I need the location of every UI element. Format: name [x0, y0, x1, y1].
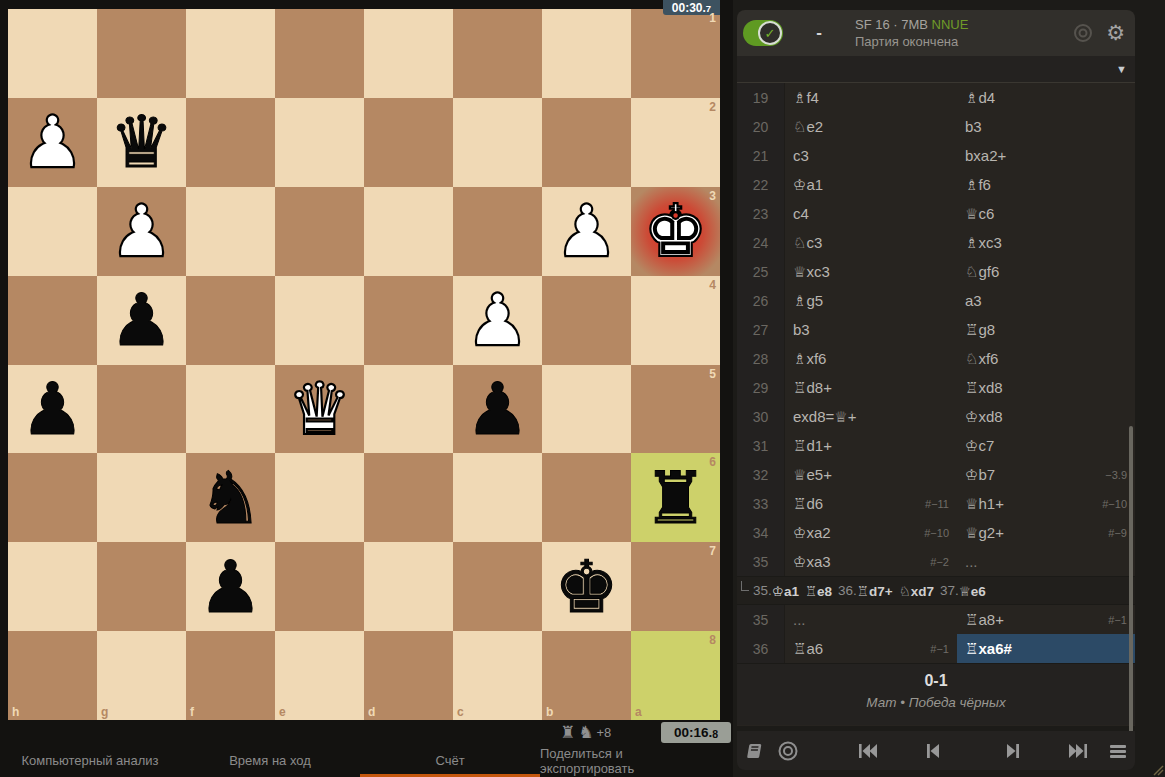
tab-3[interactable]: Счёт [360, 744, 540, 777]
square-h7[interactable] [8, 542, 97, 631]
variation-move-number: 36. [838, 583, 857, 598]
move-eval: #−1 [930, 643, 949, 655]
move-number: 19 [737, 83, 785, 112]
square-b3[interactable]: ♟ [542, 187, 631, 276]
variation-line[interactable]: 35.♔a1♖e836.♖d7+♘xd737.♕e6 [737, 576, 1135, 605]
square-b8[interactable]: b [542, 631, 631, 720]
move-row-36: 36♖a6#−1♖xa6# [737, 634, 1135, 663]
square-e7[interactable] [275, 542, 364, 631]
square-c5[interactable]: ♟ [453, 365, 542, 454]
square-d6[interactable] [364, 453, 453, 542]
move-san: b3 [793, 321, 810, 338]
analysis-page: 1♟♛2♟♟♚3♟♟4♟♛♟5♞♜6♟♚7hgfedcb8a 00:30.7 ♜… [0, 0, 1165, 777]
move-black[interactable]: ♕h1+#−10 [957, 489, 1135, 518]
move-black[interactable]: ♔xd8 [957, 402, 1135, 431]
tab-label: Время на ход [229, 753, 311, 768]
square-d7[interactable] [364, 542, 453, 631]
tab-label: Счёт [435, 753, 464, 768]
square-c7[interactable] [453, 542, 542, 631]
square-c1[interactable] [453, 9, 542, 98]
file-label-e: e [279, 705, 286, 719]
move-san: exd8=♕+ [793, 408, 857, 426]
material-advantage: ♜ ♞ +8 [560, 722, 611, 743]
move-white[interactable]: ♗xf6 [785, 344, 957, 373]
move-row-26: 26♗g5a3 [737, 286, 1135, 315]
file-label-h: h [12, 705, 19, 719]
move-eval: #−9 [1108, 527, 1127, 539]
tab-label: Поделиться и экспортировать [540, 746, 720, 776]
square-a5[interactable]: 5 [631, 365, 720, 454]
square-a2[interactable]: 2 [631, 98, 720, 187]
chevron-down-icon[interactable]: ▼ [1116, 63, 1127, 75]
last-move-button[interactable] [1065, 731, 1091, 770]
square-d4[interactable] [364, 276, 453, 365]
move-number: 33 [737, 489, 785, 518]
move-white[interactable]: ♔xa3#−2 [785, 547, 957, 576]
move-eval: #−11 [925, 498, 949, 510]
move-number: 25 [737, 257, 785, 286]
piece-black-queen[interactable]: ♛ [109, 106, 174, 178]
move-black[interactable]: ♗d4 [957, 83, 1135, 112]
move-row-19: 19♗f4♗d4 [737, 83, 1135, 112]
piece-white-queen[interactable]: ♛ [287, 373, 352, 445]
file-label-f: f [190, 705, 194, 719]
move-row-25: 25♕xc3♘gf6 [737, 257, 1135, 286]
move-san: ♖d6 [793, 495, 823, 513]
square-d5[interactable] [364, 365, 453, 454]
analysis-tabbar: Компьютерный анализВремя на ходСчётПодел… [0, 744, 720, 777]
move-black[interactable]: ♔c7 [957, 431, 1135, 460]
move-white[interactable]: ... [785, 605, 957, 634]
tab-1[interactable]: Компьютерный анализ [0, 744, 180, 777]
move-san: ♔xa2 [793, 524, 831, 542]
square-b4[interactable] [542, 276, 631, 365]
move-row-24: 24♘c3♗xc3 [737, 228, 1135, 257]
rank-label-2: 2 [709, 100, 716, 114]
square-e5[interactable]: ♛ [275, 365, 364, 454]
move-san: ♗f6 [965, 176, 991, 194]
move-san: ♔xa3 [793, 553, 831, 571]
move-row-30: 30exd8=♕+♔xd8 [737, 402, 1135, 431]
square-b2[interactable] [542, 98, 631, 187]
move-white[interactable]: exd8=♕+ [785, 402, 957, 431]
move-row-33: 33♖d6#−11♕h1+#−10 [737, 489, 1135, 518]
move-row-28: 28♗xf6♘xf6 [737, 344, 1135, 373]
result-score: 0-1 [737, 672, 1135, 690]
move-san: a3 [965, 292, 982, 309]
square-c8[interactable]: c [453, 631, 542, 720]
move-eval: #−10 [1102, 498, 1127, 510]
piece-white-king[interactable]: ♚ [643, 195, 708, 267]
result-status: Мат • Победа чёрных [737, 695, 1135, 710]
move-number: 20 [737, 112, 785, 141]
square-e6[interactable] [275, 453, 364, 542]
square-h3[interactable] [8, 187, 97, 276]
move-black[interactable]: ♔b7−3.9 [957, 460, 1135, 489]
move-number: 28 [737, 344, 785, 373]
piece-white-pawn[interactable]: ♟ [20, 106, 85, 178]
move-san: ♗xc3 [965, 234, 1002, 252]
move-white[interactable]: ♘e2 [785, 112, 957, 141]
square-f2[interactable] [186, 98, 275, 187]
square-h1[interactable] [8, 9, 97, 98]
rank-label-1: 1 [709, 11, 716, 25]
square-g8[interactable]: g [97, 631, 186, 720]
move-black[interactable]: bxa2+ [957, 141, 1135, 170]
square-g2[interactable]: ♛ [97, 98, 186, 187]
move-number: 29 [737, 373, 785, 402]
move-san: ♔c7 [965, 437, 994, 455]
variation-move-number: 37. [940, 583, 959, 598]
move-black[interactable]: ♗f6 [957, 170, 1135, 199]
move-white[interactable]: ♔xa2#−10 [785, 518, 957, 547]
move-san: ♖a6 [793, 640, 823, 658]
material-count: +8 [597, 725, 612, 740]
square-g7[interactable] [97, 542, 186, 631]
first-move-button[interactable] [855, 731, 881, 770]
move-san: b3 [965, 118, 982, 135]
piece-black-pawn[interactable]: ♟ [198, 551, 263, 623]
engine-box: ✓ - SF 16 · 7MB NNUE Партия окончена ⚙ [737, 10, 1135, 56]
move-row-22: 22♔a1♗f6 [737, 170, 1135, 199]
piece-white-pawn[interactable]: ♟ [554, 195, 619, 267]
move-eval: #−10 [924, 527, 949, 539]
move-list: ▼ 19♗f4♗d420♘e2b321c3bxa2+22♔a1♗f623c4♕c… [737, 56, 1135, 726]
move-white[interactable]: ♖d8+ [785, 373, 957, 402]
movelist-scrollbar[interactable] [1129, 426, 1133, 733]
move-black[interactable]: a3 [957, 286, 1135, 315]
menu-hamburger-icon[interactable] [1105, 731, 1131, 770]
move-san: ♖xd8 [965, 379, 1003, 397]
rank-label-7: 7 [709, 544, 716, 558]
tab-4[interactable]: Поделиться и экспортировать [540, 744, 720, 777]
move-san: c3 [793, 147, 809, 164]
move-san: ♘gf6 [965, 263, 999, 281]
move-san: c4 [793, 205, 809, 222]
move-row-31: 31♖d1+♔c7 [737, 431, 1135, 460]
last-move-highlight [631, 631, 720, 720]
square-b5[interactable] [542, 365, 631, 454]
move-black[interactable]: ♖a8+#−1 [957, 605, 1135, 634]
move-san: ♖d1+ [793, 437, 832, 455]
move-san: ♗f4 [793, 89, 819, 107]
square-f7[interactable]: ♟ [186, 542, 275, 631]
move-row-21: 21c3bxa2+ [737, 141, 1135, 170]
move-number: 35 [737, 605, 785, 634]
move-number: 30 [737, 402, 785, 431]
square-a6[interactable]: ♜6 [631, 453, 720, 542]
captured-rook-icon: ♜ [560, 724, 575, 741]
square-a7[interactable]: 7 [631, 542, 720, 631]
next-move-button[interactable] [1000, 731, 1026, 770]
move-eval: #−2 [930, 556, 949, 568]
move-white[interactable]: ♕e5+ [785, 460, 957, 489]
engine-toggle-check-icon: ✓ [758, 21, 782, 45]
move-white[interactable]: ♘c3 [785, 228, 957, 257]
move-san: ♗d4 [965, 89, 995, 107]
move-san: ♗xf6 [793, 350, 826, 368]
square-f4[interactable] [186, 276, 275, 365]
piece-black-king[interactable]: ♚ [554, 551, 619, 623]
engine-toggle[interactable]: ✓ [743, 20, 783, 46]
square-a3[interactable]: ♚3 [631, 187, 720, 276]
move-eval: #−1 [1108, 614, 1127, 626]
move-black[interactable]: b3 [957, 112, 1135, 141]
move-white[interactable]: ♗g5 [785, 286, 957, 315]
move-san: ♖a8+ [965, 611, 1004, 629]
move-row-34: 34♔xa2#−10♕g2+#−9 [737, 518, 1135, 547]
square-g3[interactable]: ♟ [97, 187, 186, 276]
rank-label-8: 8 [709, 633, 716, 647]
nav-controls [737, 731, 1135, 770]
move-black[interactable]: ♕g2+#−9 [957, 518, 1135, 547]
square-c6[interactable] [453, 453, 542, 542]
move-white[interactable]: ♖d6#−11 [785, 489, 957, 518]
variation-move[interactable]: ♖e8 [805, 583, 832, 599]
move-white[interactable]: c3 [785, 141, 957, 170]
square-a4[interactable]: 4 [631, 276, 720, 365]
square-h4[interactable] [8, 276, 97, 365]
move-number: 22 [737, 170, 785, 199]
engine-status: Партия окончена [855, 33, 968, 50]
square-b7[interactable]: ♚ [542, 542, 631, 631]
move-black[interactable]: ♖xd8 [957, 373, 1135, 402]
move-white[interactable]: ♖a6#−1 [785, 634, 957, 663]
square-b1[interactable] [542, 9, 631, 98]
square-g4[interactable]: ♟ [97, 276, 186, 365]
file-label-d: d [368, 705, 375, 719]
square-f5[interactable] [186, 365, 275, 454]
rank-label-3: 3 [709, 189, 716, 203]
gear-icon[interactable]: ⚙ [1106, 23, 1125, 44]
move-san: ... [793, 611, 806, 628]
move-san: ... [965, 553, 978, 570]
square-f3[interactable] [186, 187, 275, 276]
move-row-23: 23c4♕c6 [737, 199, 1135, 228]
move-san: ♖d8+ [793, 379, 832, 397]
move-number: 35 [737, 547, 785, 576]
file-label-g: g [101, 705, 108, 719]
piece-black-pawn[interactable]: ♟ [109, 284, 174, 356]
move-san: ♕g2+ [965, 524, 1004, 542]
rank-label-4: 4 [709, 278, 716, 292]
square-b6[interactable] [542, 453, 631, 542]
move-white[interactable]: b3 [785, 315, 957, 344]
move-white[interactable]: c4 [785, 199, 957, 228]
square-e8[interactable]: e [275, 631, 364, 720]
board-resize-handle[interactable] [1151, 763, 1164, 776]
square-d2[interactable] [364, 98, 453, 187]
variation-move[interactable]: ♖d7+ [857, 583, 893, 599]
move-list-header: ▼ [737, 56, 1135, 83]
move-san: ♘xf6 [965, 350, 998, 368]
move-number: 26 [737, 286, 785, 315]
move-number: 31 [737, 431, 785, 460]
move-black[interactable]: ... [957, 547, 1135, 576]
analysis-panel: ✓ - SF 16 · 7MB NNUE Партия окончена ⚙ ▼… [737, 0, 1135, 777]
piece-black-knight[interactable]: ♞ [198, 462, 263, 534]
captured-knight-icon: ♞ [578, 724, 593, 741]
move-black[interactable]: ♖xa6# [957, 634, 1135, 663]
engine-meta: SF 16 · 7MB NNUE Партия окончена [855, 16, 968, 50]
square-h6[interactable] [8, 453, 97, 542]
piece-black-rook[interactable]: ♜ [643, 462, 708, 534]
piece-black-pawn[interactable]: ♟ [20, 373, 85, 445]
engine-eval: - [807, 10, 831, 56]
square-c4[interactable]: ♟ [453, 276, 542, 365]
move-san: ♗g5 [793, 292, 823, 310]
variation-move[interactable]: ♔a1 [772, 583, 799, 599]
square-h5[interactable]: ♟ [8, 365, 97, 454]
nnue-badge: NNUE [932, 17, 969, 32]
opening-book-button[interactable] [741, 731, 767, 770]
move-black[interactable]: ♘xf6 [957, 344, 1135, 373]
move-black[interactable]: ♖g8 [957, 315, 1135, 344]
square-g6[interactable] [97, 453, 186, 542]
variation-move[interactable]: ♕e6 [959, 583, 986, 599]
move-white[interactable]: ♔a1 [785, 170, 957, 199]
tab-2[interactable]: Время на ход [180, 744, 360, 777]
piece-black-pawn[interactable]: ♟ [465, 373, 530, 445]
square-g1[interactable] [97, 9, 186, 98]
square-c2[interactable] [453, 98, 542, 187]
move-number: 24 [737, 228, 785, 257]
square-c3[interactable] [453, 187, 542, 276]
variation-move-number: 35. [753, 583, 772, 598]
move-san: ♔a1 [793, 176, 823, 194]
chess-board[interactable]: 1♟♛2♟♟♚3♟♟4♟♛♟5♞♜6♟♚7hgfedcb8a [8, 9, 720, 720]
piece-white-pawn[interactable]: ♟ [109, 195, 174, 267]
move-san: ♔b7 [965, 466, 995, 484]
move-row-35: 35♔xa3#−2... [737, 547, 1135, 576]
variation-move[interactable]: ♘xd7 [899, 583, 934, 599]
move-san: ♕h1+ [965, 495, 1004, 513]
square-f8[interactable]: f [186, 631, 275, 720]
previous-move-button[interactable] [920, 731, 946, 770]
move-white[interactable]: ♗f4 [785, 83, 957, 112]
move-number: 36 [737, 634, 785, 663]
square-a8[interactable]: 8a [631, 631, 720, 720]
move-eval: −3.9 [1105, 469, 1127, 481]
move-number: 32 [737, 460, 785, 489]
move-white[interactable]: ♖d1+ [785, 431, 957, 460]
move-san: ♕c6 [965, 205, 994, 223]
move-number: 34 [737, 518, 785, 547]
move-san: bxa2+ [965, 147, 1006, 164]
square-h2[interactable]: ♟ [8, 98, 97, 187]
move-row-20: 20♘e2b3 [737, 112, 1135, 141]
file-label-a: a [635, 705, 642, 719]
move-san: ♘c3 [793, 234, 822, 252]
move-number: 23 [737, 199, 785, 228]
move-number: 27 [737, 315, 785, 344]
file-label-b: b [546, 705, 553, 719]
square-f6[interactable]: ♞ [186, 453, 275, 542]
move-san: ♔xd8 [965, 408, 1003, 426]
move-san: ♘e2 [793, 118, 823, 136]
result-block: 0-1 Мат • Победа чёрных [737, 663, 1135, 725]
square-f1[interactable] [186, 9, 275, 98]
square-e1[interactable] [275, 9, 364, 98]
move-row-35: 35...♖a8+#−1 [737, 605, 1135, 634]
practice-circles-button[interactable] [775, 731, 801, 770]
file-label-c: c [457, 705, 464, 719]
square-d8[interactable]: d [364, 631, 453, 720]
practice-target-icon[interactable] [1072, 22, 1094, 44]
rank-label-6: 6 [709, 455, 716, 469]
move-san: ♖xa6# [965, 640, 1012, 658]
square-d1[interactable] [364, 9, 453, 98]
move-black[interactable]: ♕c6 [957, 199, 1135, 228]
move-row-27: 27b3♖g8 [737, 315, 1135, 344]
square-e2[interactable] [275, 98, 364, 187]
tab-label: Компьютерный анализ [21, 753, 158, 768]
bottom-clock: 00:16.8 [661, 722, 731, 743]
piece-white-pawn[interactable]: ♟ [465, 284, 530, 356]
square-a1[interactable]: 1 [631, 9, 720, 98]
move-row-32: 32♕e5+♔b7−3.9 [737, 460, 1135, 489]
move-black[interactable]: ♘gf6 [957, 257, 1135, 286]
move-san: ♕e5+ [793, 466, 832, 484]
square-g5[interactable] [97, 365, 186, 454]
move-number: 21 [737, 141, 785, 170]
square-h8[interactable]: h [8, 631, 97, 720]
move-white[interactable]: ♕xc3 [785, 257, 957, 286]
move-black[interactable]: ♗xc3 [957, 228, 1135, 257]
move-san: ♖g8 [965, 321, 995, 339]
square-e4[interactable] [275, 276, 364, 365]
square-e3[interactable] [275, 187, 364, 276]
move-san: ♕xc3 [793, 263, 830, 281]
square-d3[interactable] [364, 187, 453, 276]
rank-label-5: 5 [709, 367, 716, 381]
move-row-29: 29♖d8+♖xd8 [737, 373, 1135, 402]
